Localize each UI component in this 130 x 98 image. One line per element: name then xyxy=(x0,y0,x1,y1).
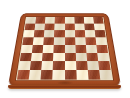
square-b6 xyxy=(34,30,45,37)
square-c2 xyxy=(41,61,53,70)
square-h1 xyxy=(99,70,112,79)
square-c5 xyxy=(43,37,54,44)
square-b7 xyxy=(35,24,46,31)
board-photo xyxy=(0,0,130,98)
square-d2 xyxy=(53,61,65,70)
square-f6 xyxy=(75,30,86,37)
square-h5 xyxy=(95,37,106,44)
playing-area xyxy=(16,17,113,81)
square-c3 xyxy=(42,53,54,61)
square-b3 xyxy=(31,53,43,61)
square-d5 xyxy=(54,37,65,44)
square-e5 xyxy=(65,37,76,44)
square-d7 xyxy=(55,24,65,31)
square-e3 xyxy=(65,53,76,61)
square-e4 xyxy=(65,45,76,53)
square-f4 xyxy=(75,45,86,53)
square-c7 xyxy=(45,24,55,31)
square-f3 xyxy=(75,53,86,61)
square-h2 xyxy=(98,61,111,70)
square-b5 xyxy=(33,37,44,44)
square-b2 xyxy=(30,61,42,70)
square-e1 xyxy=(65,70,77,79)
square-c6 xyxy=(44,30,55,37)
square-d6 xyxy=(54,30,64,37)
square-h6 xyxy=(95,30,106,37)
square-c4 xyxy=(43,45,54,53)
square-b1 xyxy=(29,70,42,79)
square-d3 xyxy=(53,53,64,61)
square-b4 xyxy=(32,45,43,53)
square-e7 xyxy=(65,24,75,31)
square-h3 xyxy=(97,53,109,61)
square-d4 xyxy=(54,45,65,53)
square-e6 xyxy=(65,30,75,37)
chess-board xyxy=(8,13,121,86)
square-e2 xyxy=(65,61,77,70)
square-c1 xyxy=(41,70,53,79)
square-f7 xyxy=(74,24,84,31)
square-f5 xyxy=(75,37,86,44)
square-f1 xyxy=(76,70,88,79)
square-f2 xyxy=(76,61,88,70)
square-h4 xyxy=(96,45,108,53)
board-front-edge xyxy=(8,85,121,90)
square-d1 xyxy=(53,70,65,79)
square-h7 xyxy=(94,24,105,31)
